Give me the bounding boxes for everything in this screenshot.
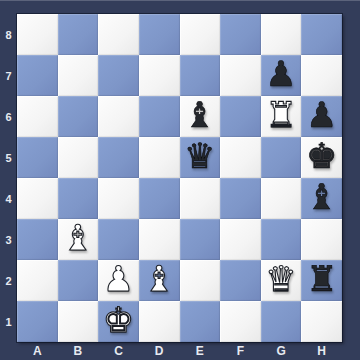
square-d6[interactable] [139, 96, 180, 137]
file-label-g: G [261, 342, 302, 360]
square-e1[interactable] [180, 301, 221, 342]
square-f1[interactable] [220, 301, 261, 342]
square-f8[interactable] [220, 14, 261, 55]
square-f2[interactable] [220, 260, 261, 301]
board-frame: 87654321 ♟♝♜♟♛♚♝♝♟♝♛♜♚ ABCDEFGH [0, 0, 360, 360]
file-label-a: A [17, 342, 58, 360]
rank-label-6: 6 [0, 96, 17, 137]
square-c7[interactable] [98, 55, 139, 96]
square-a3[interactable] [17, 219, 58, 260]
square-g3[interactable] [261, 219, 302, 260]
black-bishop[interactable]: ♝ [184, 98, 215, 133]
square-e4[interactable] [180, 178, 221, 219]
square-c1[interactable]: ♚ [98, 301, 139, 342]
file-label-c: C [98, 342, 139, 360]
square-a2[interactable] [17, 260, 58, 301]
square-g6[interactable]: ♜ [261, 96, 302, 137]
rank-label-7: 7 [0, 55, 17, 96]
white-king[interactable]: ♚ [103, 303, 134, 338]
square-f7[interactable] [220, 55, 261, 96]
rank-labels: 87654321 [0, 14, 17, 342]
square-c2[interactable]: ♟ [98, 260, 139, 301]
white-queen[interactable]: ♛ [265, 262, 296, 297]
square-h4[interactable]: ♝ [301, 178, 342, 219]
square-c8[interactable] [98, 14, 139, 55]
square-b6[interactable] [58, 96, 99, 137]
rank-label-4: 4 [0, 178, 17, 219]
rank-label-1: 1 [0, 301, 17, 342]
rank-label-5: 5 [0, 137, 17, 178]
square-a5[interactable] [17, 137, 58, 178]
square-b5[interactable] [58, 137, 99, 178]
square-e5[interactable]: ♛ [180, 137, 221, 178]
square-f5[interactable] [220, 137, 261, 178]
black-pawn[interactable]: ♟ [265, 57, 296, 92]
square-c5[interactable] [98, 137, 139, 178]
square-f6[interactable] [220, 96, 261, 137]
white-bishop[interactable]: ♝ [143, 262, 174, 297]
square-h1[interactable] [301, 301, 342, 342]
square-b2[interactable] [58, 260, 99, 301]
black-king[interactable]: ♚ [306, 139, 337, 174]
square-a7[interactable] [17, 55, 58, 96]
square-a6[interactable] [17, 96, 58, 137]
square-a4[interactable] [17, 178, 58, 219]
square-g1[interactable] [261, 301, 302, 342]
square-h7[interactable] [301, 55, 342, 96]
square-b8[interactable] [58, 14, 99, 55]
black-queen[interactable]: ♛ [184, 139, 215, 174]
file-label-d: D [139, 342, 180, 360]
square-b3[interactable]: ♝ [58, 219, 99, 260]
white-bishop[interactable]: ♝ [62, 221, 93, 256]
square-f4[interactable] [220, 178, 261, 219]
square-d3[interactable] [139, 219, 180, 260]
rank-label-3: 3 [0, 219, 17, 260]
square-d1[interactable] [139, 301, 180, 342]
square-d4[interactable] [139, 178, 180, 219]
square-d7[interactable] [139, 55, 180, 96]
square-e3[interactable] [180, 219, 221, 260]
file-label-h: H [301, 342, 342, 360]
square-g2[interactable]: ♛ [261, 260, 302, 301]
square-b7[interactable] [58, 55, 99, 96]
square-h6[interactable]: ♟ [301, 96, 342, 137]
square-d5[interactable] [139, 137, 180, 178]
square-b1[interactable] [58, 301, 99, 342]
square-e7[interactable] [180, 55, 221, 96]
square-d8[interactable] [139, 14, 180, 55]
square-g8[interactable] [261, 14, 302, 55]
square-h3[interactable] [301, 219, 342, 260]
square-g7[interactable]: ♟ [261, 55, 302, 96]
white-pawn[interactable]: ♟ [103, 262, 134, 297]
white-rook[interactable]: ♜ [265, 98, 296, 133]
file-labels: ABCDEFGH [17, 342, 342, 360]
square-a1[interactable] [17, 301, 58, 342]
square-g4[interactable] [261, 178, 302, 219]
square-h8[interactable] [301, 14, 342, 55]
file-label-f: F [220, 342, 261, 360]
rank-label-2: 2 [0, 260, 17, 301]
square-e6[interactable]: ♝ [180, 96, 221, 137]
file-label-e: E [180, 342, 221, 360]
square-g5[interactable] [261, 137, 302, 178]
file-label-b: B [58, 342, 99, 360]
square-c6[interactable] [98, 96, 139, 137]
square-e8[interactable] [180, 14, 221, 55]
board: ♟♝♜♟♛♚♝♝♟♝♛♜♚ [17, 14, 342, 342]
square-c3[interactable] [98, 219, 139, 260]
square-b4[interactable] [58, 178, 99, 219]
black-pawn[interactable]: ♟ [306, 98, 337, 133]
square-a8[interactable] [17, 14, 58, 55]
square-f3[interactable] [220, 219, 261, 260]
black-rook[interactable]: ♜ [306, 262, 337, 297]
square-h2[interactable]: ♜ [301, 260, 342, 301]
square-h5[interactable]: ♚ [301, 137, 342, 178]
square-d2[interactable]: ♝ [139, 260, 180, 301]
rank-label-8: 8 [0, 14, 17, 55]
square-e2[interactable] [180, 260, 221, 301]
black-bishop[interactable]: ♝ [306, 180, 337, 215]
square-c4[interactable] [98, 178, 139, 219]
